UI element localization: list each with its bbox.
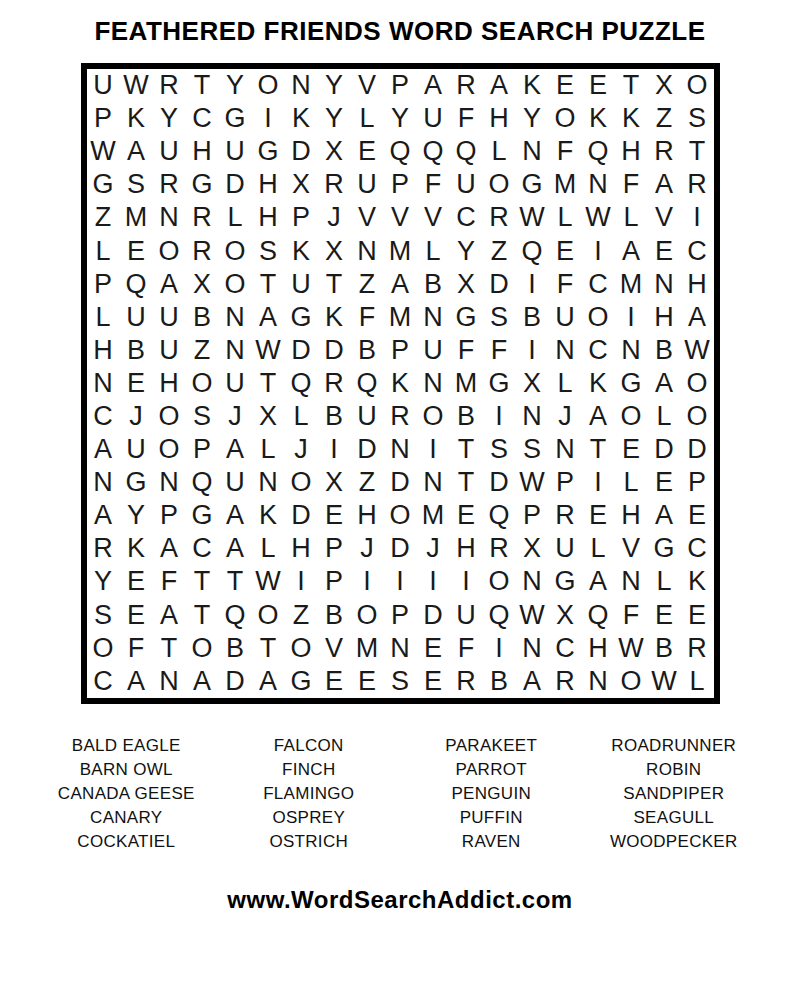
grid-cell-r9c12[interactable]: F	[450, 334, 483, 367]
grid-cell-r6c18[interactable]: E	[648, 234, 681, 267]
grid-cell-r15c12[interactable]: H	[450, 532, 483, 565]
grid-cell-r18c9[interactable]: M	[351, 632, 384, 665]
grid-cell-r7c7[interactable]: U	[285, 268, 318, 301]
grid-cell-r15c18[interactable]: G	[648, 532, 681, 565]
grid-cell-r15c7[interactable]: H	[285, 532, 318, 565]
grid-cell-r6c14[interactable]: Q	[516, 234, 549, 267]
grid-cell-r4c8[interactable]: R	[318, 168, 351, 201]
grid-cell-r17c3[interactable]: A	[153, 599, 186, 632]
grid-cell-r6c8[interactable]: X	[318, 234, 351, 267]
grid-cell-r18c12[interactable]: F	[450, 632, 483, 665]
grid-cell-r10c8[interactable]: R	[318, 367, 351, 400]
grid-cell-r8c14[interactable]: B	[516, 301, 549, 334]
grid-cell-r17c12[interactable]: U	[450, 599, 483, 632]
grid-cell-r16c3[interactable]: F	[153, 565, 186, 598]
grid-cell-r13c12[interactable]: T	[450, 466, 483, 499]
grid-cell-r13c16[interactable]: I	[582, 466, 615, 499]
grid-cell-r2c14[interactable]: Y	[516, 102, 549, 135]
grid-cell-r18c4[interactable]: O	[186, 632, 219, 665]
grid-cell-r18c15[interactable]: C	[549, 632, 582, 665]
grid-cell-r15c11[interactable]: J	[417, 532, 450, 565]
grid-cell-r14c12[interactable]: E	[450, 499, 483, 532]
grid-cell-r4c2[interactable]: S	[120, 168, 153, 201]
grid-cell-r2c17[interactable]: K	[615, 102, 648, 135]
grid-cell-r10c16[interactable]: K	[582, 367, 615, 400]
grid-cell-r13c5[interactable]: U	[219, 466, 252, 499]
grid-cell-r9c14[interactable]: I	[516, 334, 549, 367]
grid-cell-r10c12[interactable]: M	[450, 367, 483, 400]
grid-cell-r11c16[interactable]: A	[582, 400, 615, 433]
grid-cell-r16c17[interactable]: N	[615, 565, 648, 598]
grid-cell-r14c14[interactable]: P	[516, 499, 549, 532]
grid-cell-r16c15[interactable]: G	[549, 565, 582, 598]
grid-cell-r7c11[interactable]: B	[417, 268, 450, 301]
grid-cell-r11c17[interactable]: O	[615, 400, 648, 433]
grid-cell-r10c2[interactable]: E	[120, 367, 153, 400]
grid-cell-r13c14[interactable]: W	[516, 466, 549, 499]
grid-cell-r18c5[interactable]: B	[219, 632, 252, 665]
grid-cell-r15c17[interactable]: V	[615, 532, 648, 565]
grid-cell-r14c2[interactable]: Y	[120, 499, 153, 532]
grid-cell-r4c18[interactable]: A	[648, 168, 681, 201]
grid-cell-r14c10[interactable]: O	[384, 499, 417, 532]
grid-cell-r11c6[interactable]: X	[252, 400, 285, 433]
grid-cell-r16c9[interactable]: I	[351, 565, 384, 598]
grid-cell-r7c14[interactable]: I	[516, 268, 549, 301]
grid-cell-r1c2[interactable]: W	[120, 69, 153, 102]
grid-cell-r9c11[interactable]: U	[417, 334, 450, 367]
grid-cell-r19c8[interactable]: E	[318, 665, 351, 698]
grid-cell-r4c7[interactable]: X	[285, 168, 318, 201]
grid-cell-r3c6[interactable]: G	[252, 135, 285, 168]
grid-cell-r1c11[interactable]: A	[417, 69, 450, 102]
grid-cell-r5c16[interactable]: W	[582, 201, 615, 234]
grid-cell-r17c1[interactable]: S	[87, 599, 120, 632]
grid-cell-r13c9[interactable]: Z	[351, 466, 384, 499]
grid-cell-r7c9[interactable]: Z	[351, 268, 384, 301]
grid-cell-r3c10[interactable]: Q	[384, 135, 417, 168]
grid-cell-r6c13[interactable]: Z	[483, 234, 516, 267]
grid-cell-r5c12[interactable]: C	[450, 201, 483, 234]
grid-cell-r8c10[interactable]: M	[384, 301, 417, 334]
grid-cell-r16c2[interactable]: E	[120, 565, 153, 598]
grid-cell-r8c17[interactable]: I	[615, 301, 648, 334]
grid-cell-r10c5[interactable]: U	[219, 367, 252, 400]
grid-cell-r3c11[interactable]: Q	[417, 135, 450, 168]
grid-cell-r13c3[interactable]: N	[153, 466, 186, 499]
grid-cell-r17c16[interactable]: Q	[582, 599, 615, 632]
grid-cell-r4c1[interactable]: G	[87, 168, 120, 201]
grid-cell-r13c11[interactable]: N	[417, 466, 450, 499]
grid-cell-r17c8[interactable]: B	[318, 599, 351, 632]
grid-cell-r1c12[interactable]: R	[450, 69, 483, 102]
grid-cell-r4c9[interactable]: U	[351, 168, 384, 201]
grid-cell-r9c2[interactable]: B	[120, 334, 153, 367]
grid-cell-r5c7[interactable]: P	[285, 201, 318, 234]
grid-cell-r9c15[interactable]: N	[549, 334, 582, 367]
grid-cell-r3c15[interactable]: F	[549, 135, 582, 168]
grid-cell-r11c2[interactable]: J	[120, 400, 153, 433]
grid-cell-r19c5[interactable]: D	[219, 665, 252, 698]
grid-cell-r7c13[interactable]: D	[483, 268, 516, 301]
grid-cell-r11c11[interactable]: O	[417, 400, 450, 433]
grid-cell-r3c8[interactable]: X	[318, 135, 351, 168]
grid-cell-r2c2[interactable]: K	[120, 102, 153, 135]
grid-cell-r17c5[interactable]: Q	[219, 599, 252, 632]
grid-cell-r1c6[interactable]: O	[252, 69, 285, 102]
grid-cell-r3c4[interactable]: H	[186, 135, 219, 168]
grid-cell-r11c1[interactable]: C	[87, 400, 120, 433]
grid-cell-r18c16[interactable]: H	[582, 632, 615, 665]
grid-cell-r10c15[interactable]: L	[549, 367, 582, 400]
grid-cell-r4c12[interactable]: U	[450, 168, 483, 201]
grid-cell-r19c17[interactable]: O	[615, 665, 648, 698]
grid-cell-r12c17[interactable]: E	[615, 433, 648, 466]
grid-cell-r13c7[interactable]: O	[285, 466, 318, 499]
grid-cell-r6c1[interactable]: L	[87, 234, 120, 267]
grid-cell-r14c7[interactable]: D	[285, 499, 318, 532]
grid-cell-r19c1[interactable]: C	[87, 665, 120, 698]
grid-cell-r2c3[interactable]: Y	[153, 102, 186, 135]
grid-cell-r13c13[interactable]: D	[483, 466, 516, 499]
grid-cell-r5c17[interactable]: L	[615, 201, 648, 234]
grid-cell-r18c10[interactable]: N	[384, 632, 417, 665]
grid-cell-r3c18[interactable]: R	[648, 135, 681, 168]
grid-cell-r5c5[interactable]: L	[219, 201, 252, 234]
grid-cell-r2c11[interactable]: U	[417, 102, 450, 135]
grid-cell-r8c2[interactable]: U	[120, 301, 153, 334]
grid-cell-r5c14[interactable]: W	[516, 201, 549, 234]
grid-cell-r11c19[interactable]: O	[681, 400, 714, 433]
grid-cell-r19c10[interactable]: S	[384, 665, 417, 698]
grid-cell-r19c6[interactable]: A	[252, 665, 285, 698]
grid-cell-r14c18[interactable]: A	[648, 499, 681, 532]
grid-cell-r18c7[interactable]: O	[285, 632, 318, 665]
grid-cell-r10c17[interactable]: G	[615, 367, 648, 400]
grid-cell-r4c6[interactable]: H	[252, 168, 285, 201]
grid-cell-r2c12[interactable]: F	[450, 102, 483, 135]
grid-cell-r12c14[interactable]: S	[516, 433, 549, 466]
grid-cell-r10c6[interactable]: T	[252, 367, 285, 400]
grid-cell-r12c11[interactable]: I	[417, 433, 450, 466]
grid-cell-r4c13[interactable]: O	[483, 168, 516, 201]
grid-cell-r13c15[interactable]: P	[549, 466, 582, 499]
grid-cell-r16c11[interactable]: I	[417, 565, 450, 598]
grid-cell-r12c1[interactable]: A	[87, 433, 120, 466]
grid-cell-r9c18[interactable]: B	[648, 334, 681, 367]
grid-cell-r6c5[interactable]: O	[219, 234, 252, 267]
grid-cell-r9c6[interactable]: W	[252, 334, 285, 367]
grid-cell-r4c5[interactable]: D	[219, 168, 252, 201]
grid-cell-r8c8[interactable]: K	[318, 301, 351, 334]
grid-cell-r9c4[interactable]: Z	[186, 334, 219, 367]
grid-cell-r14c16[interactable]: E	[582, 499, 615, 532]
grid-cell-r3c5[interactable]: U	[219, 135, 252, 168]
grid-cell-r10c11[interactable]: N	[417, 367, 450, 400]
grid-cell-r10c13[interactable]: G	[483, 367, 516, 400]
grid-cell-r8c12[interactable]: G	[450, 301, 483, 334]
grid-cell-r6c6[interactable]: S	[252, 234, 285, 267]
grid-cell-r5c19[interactable]: I	[681, 201, 714, 234]
grid-cell-r6c2[interactable]: E	[120, 234, 153, 267]
grid-cell-r5c11[interactable]: V	[417, 201, 450, 234]
grid-cell-r12c7[interactable]: J	[285, 433, 318, 466]
grid-cell-r15c1[interactable]: R	[87, 532, 120, 565]
grid-cell-r12c18[interactable]: D	[648, 433, 681, 466]
grid-cell-r19c4[interactable]: A	[186, 665, 219, 698]
grid-cell-r6c12[interactable]: Y	[450, 234, 483, 267]
grid-cell-r17c15[interactable]: X	[549, 599, 582, 632]
grid-cell-r19c19[interactable]: L	[681, 665, 714, 698]
grid-cell-r15c14[interactable]: X	[516, 532, 549, 565]
grid-cell-r13c17[interactable]: L	[615, 466, 648, 499]
grid-cell-r5c10[interactable]: V	[384, 201, 417, 234]
grid-cell-r7c5[interactable]: O	[219, 268, 252, 301]
grid-cell-r11c3[interactable]: O	[153, 400, 186, 433]
grid-cell-r4c11[interactable]: F	[417, 168, 450, 201]
grid-cell-r11c4[interactable]: S	[186, 400, 219, 433]
grid-cell-r7c10[interactable]: A	[384, 268, 417, 301]
grid-cell-r14c3[interactable]: P	[153, 499, 186, 532]
grid-cell-r18c1[interactable]: O	[87, 632, 120, 665]
grid-cell-r14c11[interactable]: M	[417, 499, 450, 532]
grid-cell-r16c7[interactable]: I	[285, 565, 318, 598]
grid-cell-r16c16[interactable]: A	[582, 565, 615, 598]
grid-cell-r15c9[interactable]: J	[351, 532, 384, 565]
grid-cell-r1c18[interactable]: X	[648, 69, 681, 102]
grid-cell-r6c7[interactable]: K	[285, 234, 318, 267]
grid-cell-r8c1[interactable]: L	[87, 301, 120, 334]
grid-cell-r14c15[interactable]: R	[549, 499, 582, 532]
grid-cell-r5c13[interactable]: R	[483, 201, 516, 234]
grid-cell-r18c2[interactable]: F	[120, 632, 153, 665]
grid-cell-r7c15[interactable]: F	[549, 268, 582, 301]
grid-cell-r16c5[interactable]: T	[219, 565, 252, 598]
grid-cell-r6c4[interactable]: R	[186, 234, 219, 267]
grid-cell-r10c9[interactable]: Q	[351, 367, 384, 400]
grid-cell-r1c7[interactable]: N	[285, 69, 318, 102]
grid-cell-r1c3[interactable]: R	[153, 69, 186, 102]
grid-cell-r11c9[interactable]: U	[351, 400, 384, 433]
grid-cell-r12c19[interactable]: D	[681, 433, 714, 466]
grid-cell-r3c2[interactable]: A	[120, 135, 153, 168]
grid-cell-r16c4[interactable]: T	[186, 565, 219, 598]
grid-cell-r18c17[interactable]: W	[615, 632, 648, 665]
grid-cell-r12c16[interactable]: T	[582, 433, 615, 466]
grid-cell-r1c10[interactable]: P	[384, 69, 417, 102]
grid-cell-r9c10[interactable]: P	[384, 334, 417, 367]
grid-cell-r8c9[interactable]: F	[351, 301, 384, 334]
grid-cell-r19c3[interactable]: N	[153, 665, 186, 698]
grid-cell-r7c4[interactable]: X	[186, 268, 219, 301]
grid-cell-r5c8[interactable]: J	[318, 201, 351, 234]
grid-cell-r4c17[interactable]: F	[615, 168, 648, 201]
grid-cell-r18c13[interactable]: I	[483, 632, 516, 665]
grid-cell-r16c19[interactable]: K	[681, 565, 714, 598]
grid-cell-r3c9[interactable]: E	[351, 135, 384, 168]
grid-cell-r6c10[interactable]: M	[384, 234, 417, 267]
grid-cell-r3c19[interactable]: T	[681, 135, 714, 168]
grid-cell-r19c2[interactable]: A	[120, 665, 153, 698]
grid-cell-r12c13[interactable]: S	[483, 433, 516, 466]
grid-cell-r1c8[interactable]: Y	[318, 69, 351, 102]
grid-cell-r2c6[interactable]: I	[252, 102, 285, 135]
grid-cell-r19c16[interactable]: N	[582, 665, 615, 698]
grid-cell-r1c1[interactable]: U	[87, 69, 120, 102]
grid-cell-r14c5[interactable]: A	[219, 499, 252, 532]
grid-cell-r13c6[interactable]: N	[252, 466, 285, 499]
grid-cell-r1c5[interactable]: Y	[219, 69, 252, 102]
grid-cell-r15c13[interactable]: R	[483, 532, 516, 565]
grid-cell-r18c8[interactable]: V	[318, 632, 351, 665]
grid-cell-r13c19[interactable]: P	[681, 466, 714, 499]
grid-cell-r2c4[interactable]: C	[186, 102, 219, 135]
grid-cell-r2c7[interactable]: K	[285, 102, 318, 135]
grid-cell-r2c19[interactable]: S	[681, 102, 714, 135]
grid-cell-r13c1[interactable]: N	[87, 466, 120, 499]
grid-cell-r4c15[interactable]: M	[549, 168, 582, 201]
grid-cell-r15c8[interactable]: P	[318, 532, 351, 565]
grid-cell-r18c18[interactable]: B	[648, 632, 681, 665]
grid-cell-r14c8[interactable]: E	[318, 499, 351, 532]
grid-cell-r4c19[interactable]: R	[681, 168, 714, 201]
grid-cell-r11c8[interactable]: B	[318, 400, 351, 433]
grid-cell-r11c10[interactable]: R	[384, 400, 417, 433]
grid-cell-r9c7[interactable]: D	[285, 334, 318, 367]
grid-cell-r8c4[interactable]: B	[186, 301, 219, 334]
grid-cell-r1c16[interactable]: E	[582, 69, 615, 102]
grid-cell-r8c11[interactable]: N	[417, 301, 450, 334]
grid-cell-r18c14[interactable]: N	[516, 632, 549, 665]
grid-cell-r19c15[interactable]: R	[549, 665, 582, 698]
grid-cell-r5c6[interactable]: H	[252, 201, 285, 234]
grid-cell-r1c19[interactable]: O	[681, 69, 714, 102]
grid-cell-r18c19[interactable]: R	[681, 632, 714, 665]
grid-cell-r4c4[interactable]: G	[186, 168, 219, 201]
grid-cell-r14c9[interactable]: H	[351, 499, 384, 532]
grid-cell-r3c16[interactable]: Q	[582, 135, 615, 168]
grid-cell-r19c13[interactable]: B	[483, 665, 516, 698]
grid-cell-r8c3[interactable]: U	[153, 301, 186, 334]
grid-cell-r8c7[interactable]: G	[285, 301, 318, 334]
grid-cell-r4c10[interactable]: P	[384, 168, 417, 201]
grid-cell-r5c9[interactable]: V	[351, 201, 384, 234]
grid-cell-r17c9[interactable]: O	[351, 599, 384, 632]
grid-cell-r2c10[interactable]: Y	[384, 102, 417, 135]
grid-cell-r17c11[interactable]: D	[417, 599, 450, 632]
grid-cell-r2c9[interactable]: L	[351, 102, 384, 135]
grid-cell-r5c15[interactable]: L	[549, 201, 582, 234]
grid-cell-r11c5[interactable]: J	[219, 400, 252, 433]
grid-cell-r2c15[interactable]: O	[549, 102, 582, 135]
grid-cell-r10c18[interactable]: A	[648, 367, 681, 400]
grid-cell-r3c13[interactable]: L	[483, 135, 516, 168]
grid-cell-r7c3[interactable]: A	[153, 268, 186, 301]
grid-cell-r13c10[interactable]: D	[384, 466, 417, 499]
grid-cell-r11c14[interactable]: N	[516, 400, 549, 433]
grid-cell-r11c13[interactable]: I	[483, 400, 516, 433]
grid-cell-r15c10[interactable]: D	[384, 532, 417, 565]
grid-cell-r5c3[interactable]: N	[153, 201, 186, 234]
grid-cell-r11c7[interactable]: L	[285, 400, 318, 433]
grid-cell-r7c16[interactable]: C	[582, 268, 615, 301]
grid-cell-r9c9[interactable]: B	[351, 334, 384, 367]
grid-cell-r12c2[interactable]: U	[120, 433, 153, 466]
grid-cell-r19c11[interactable]: E	[417, 665, 450, 698]
grid-cell-r8c16[interactable]: O	[582, 301, 615, 334]
grid-cell-r2c5[interactable]: G	[219, 102, 252, 135]
grid-cell-r12c15[interactable]: N	[549, 433, 582, 466]
grid-cell-r9c17[interactable]: N	[615, 334, 648, 367]
grid-cell-r17c2[interactable]: E	[120, 599, 153, 632]
grid-cell-r9c8[interactable]: D	[318, 334, 351, 367]
grid-cell-r5c4[interactable]: R	[186, 201, 219, 234]
grid-cell-r9c16[interactable]: C	[582, 334, 615, 367]
grid-cell-r13c4[interactable]: Q	[186, 466, 219, 499]
grid-cell-r3c14[interactable]: N	[516, 135, 549, 168]
grid-cell-r15c6[interactable]: L	[252, 532, 285, 565]
grid-cell-r10c19[interactable]: O	[681, 367, 714, 400]
grid-cell-r12c9[interactable]: D	[351, 433, 384, 466]
grid-cell-r6c19[interactable]: C	[681, 234, 714, 267]
grid-cell-r14c1[interactable]: A	[87, 499, 120, 532]
grid-cell-r16c12[interactable]: I	[450, 565, 483, 598]
grid-cell-r12c10[interactable]: N	[384, 433, 417, 466]
grid-cell-r7c18[interactable]: N	[648, 268, 681, 301]
grid-cell-r16c18[interactable]: L	[648, 565, 681, 598]
grid-cell-r17c19[interactable]: E	[681, 599, 714, 632]
grid-cell-r5c1[interactable]: Z	[87, 201, 120, 234]
grid-cell-r7c8[interactable]: T	[318, 268, 351, 301]
grid-cell-r8c13[interactable]: S	[483, 301, 516, 334]
grid-cell-r2c16[interactable]: K	[582, 102, 615, 135]
grid-cell-r19c9[interactable]: E	[351, 665, 384, 698]
grid-cell-r19c12[interactable]: R	[450, 665, 483, 698]
grid-cell-r17c13[interactable]: Q	[483, 599, 516, 632]
grid-cell-r17c17[interactable]: F	[615, 599, 648, 632]
grid-cell-r17c7[interactable]: Z	[285, 599, 318, 632]
grid-cell-r7c1[interactable]: P	[87, 268, 120, 301]
grid-cell-r1c13[interactable]: A	[483, 69, 516, 102]
grid-cell-r2c13[interactable]: H	[483, 102, 516, 135]
grid-cell-r6c3[interactable]: O	[153, 234, 186, 267]
grid-cell-r7c12[interactable]: X	[450, 268, 483, 301]
grid-cell-r17c14[interactable]: W	[516, 599, 549, 632]
grid-cell-r3c17[interactable]: H	[615, 135, 648, 168]
grid-cell-r18c11[interactable]: E	[417, 632, 450, 665]
grid-cell-r17c10[interactable]: P	[384, 599, 417, 632]
grid-cell-r19c7[interactable]: G	[285, 665, 318, 698]
grid-cell-r17c4[interactable]: T	[186, 599, 219, 632]
grid-cell-r17c18[interactable]: E	[648, 599, 681, 632]
grid-cell-r10c7[interactable]: Q	[285, 367, 318, 400]
grid-cell-r11c18[interactable]: L	[648, 400, 681, 433]
grid-cell-r5c2[interactable]: M	[120, 201, 153, 234]
grid-cell-r16c8[interactable]: P	[318, 565, 351, 598]
grid-cell-r12c12[interactable]: T	[450, 433, 483, 466]
grid-cell-r6c16[interactable]: I	[582, 234, 615, 267]
grid-cell-r8c18[interactable]: H	[648, 301, 681, 334]
grid-cell-r6c11[interactable]: L	[417, 234, 450, 267]
grid-cell-r7c19[interactable]: H	[681, 268, 714, 301]
grid-cell-r12c3[interactable]: O	[153, 433, 186, 466]
grid-cell-r6c17[interactable]: A	[615, 234, 648, 267]
grid-cell-r3c7[interactable]: D	[285, 135, 318, 168]
grid-cell-r19c18[interactable]: W	[648, 665, 681, 698]
grid-cell-r15c5[interactable]: A	[219, 532, 252, 565]
grid-cell-r18c3[interactable]: T	[153, 632, 186, 665]
grid-cell-r13c8[interactable]: X	[318, 466, 351, 499]
